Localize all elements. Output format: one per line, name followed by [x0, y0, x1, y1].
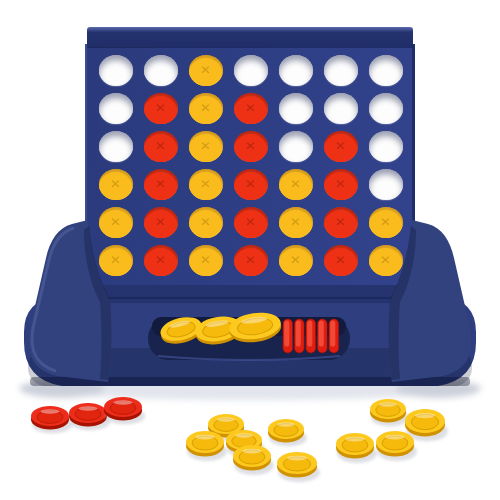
loose-disc-yellow[interactable] [186, 431, 227, 461]
loose-disc-yellow[interactable] [376, 431, 417, 461]
piece-wrap: ●✕ [99, 170, 133, 199]
hole: ●✕ [279, 169, 313, 200]
disc-mold-mark: ✕ [380, 252, 391, 266]
disc-mold-mark: ✕ [335, 176, 346, 190]
cell-r6c3[interactable]: ●✕ [183, 241, 228, 279]
tray-disc-yellow[interactable] [227, 310, 283, 346]
empty-hole [99, 93, 133, 124]
tray-disc-red-edge[interactable] [295, 319, 305, 353]
hole: ●✕ [369, 207, 403, 238]
disc-mold-mark: ✕ [335, 252, 346, 266]
tray-recess [148, 317, 350, 360]
cell-r5c3[interactable]: ●✕ [183, 203, 228, 241]
piece-wrap: ●✕ [324, 132, 358, 161]
piece-wrap: ●✕ [324, 208, 358, 237]
hole: ●✕ [234, 131, 268, 162]
tray-disc-yellow[interactable] [158, 313, 205, 347]
tray-yellow-discs [158, 310, 283, 348]
cell-r3c6[interactable]: ●✕ [318, 127, 363, 165]
piece-wrap: ●✕ [234, 208, 268, 237]
cell-r1c3[interactable]: ●✕ [183, 51, 228, 89]
cell-r3c2[interactable]: ●✕ [138, 127, 183, 165]
cell-r6c4[interactable]: ●✕ [228, 241, 273, 279]
cell-r1c5[interactable] [273, 51, 318, 89]
empty-hole [234, 55, 268, 86]
empty-hole [324, 93, 358, 124]
cell-r2c5[interactable] [273, 89, 318, 127]
hole: ●✕ [189, 131, 223, 162]
disc-mold-mark: ✕ [155, 100, 166, 114]
piece-wrap: ●✕ [279, 170, 313, 199]
disc-mold-mark: ✕ [335, 214, 346, 228]
piece-wrap: ●✕ [234, 246, 268, 275]
hole: ●✕ [189, 207, 223, 238]
loose-disc-yellow[interactable] [208, 414, 247, 442]
base-slab [24, 296, 476, 386]
piece-wrap: ●✕ [99, 246, 133, 275]
loose-disc-yellow[interactable] [268, 419, 307, 447]
piece-wrap: ●✕ [279, 208, 313, 237]
tray-disc-red-edge[interactable] [283, 319, 293, 353]
hole: ●✕ [369, 245, 403, 276]
tray-disc-red-edge[interactable] [306, 319, 316, 353]
cell-r6c1[interactable]: ●✕ [93, 241, 138, 279]
disc-mold-mark: ✕ [200, 62, 211, 76]
cell-r2c1[interactable] [93, 89, 138, 127]
loose-disc-red[interactable] [69, 403, 110, 431]
board-top-rail [87, 27, 413, 47]
cell-r5c6[interactable]: ●✕ [318, 203, 363, 241]
disc-mold-mark: ✕ [200, 176, 211, 190]
piece-wrap: ●✕ [189, 170, 223, 199]
cell-r1c6[interactable] [318, 51, 363, 89]
empty-hole [369, 131, 403, 162]
piece-wrap: ●✕ [189, 246, 223, 275]
hole: ●✕ [189, 169, 223, 200]
tray-disc-red-edge[interactable] [318, 319, 328, 353]
piece-wrap: ●✕ [144, 170, 178, 199]
hole: ●✕ [279, 207, 313, 238]
empty-hole [324, 55, 358, 86]
empty-hole [369, 93, 403, 124]
disc-mold-mark: ✕ [155, 176, 166, 190]
piece-wrap: ●✕ [369, 246, 403, 275]
hole: ●✕ [99, 245, 133, 276]
hole: ●✕ [144, 169, 178, 200]
cell-r5c4[interactable]: ●✕ [228, 203, 273, 241]
disc-mold-mark: ✕ [245, 252, 256, 266]
empty-hole [279, 55, 313, 86]
cell-r4c3[interactable]: ●✕ [183, 165, 228, 203]
hole: ●✕ [234, 245, 268, 276]
disc-mold-mark: ✕ [200, 214, 211, 228]
cell-r3c4[interactable]: ●✕ [228, 127, 273, 165]
loose-disc-red[interactable] [104, 397, 145, 425]
cell-r6c6[interactable]: ●✕ [318, 241, 363, 279]
loose-disc-yellow[interactable] [370, 399, 409, 427]
hole: ●✕ [234, 93, 268, 124]
cell-r2c4[interactable]: ●✕ [228, 89, 273, 127]
empty-hole [144, 55, 178, 86]
disc-mold-mark: ✕ [245, 138, 256, 152]
empty-hole [369, 55, 403, 86]
disc-mold-mark: ✕ [200, 252, 211, 266]
cell-r6c5[interactable]: ●✕ [273, 241, 318, 279]
hole: ●✕ [144, 245, 178, 276]
cell-r1c7[interactable] [363, 51, 408, 89]
piece-wrap: ●✕ [144, 94, 178, 123]
piece-wrap: ●✕ [234, 94, 268, 123]
cell-r6c7[interactable]: ●✕ [363, 241, 408, 279]
piece-wrap: ●✕ [234, 170, 268, 199]
disc-mold-mark: ✕ [245, 100, 256, 114]
disc-mold-mark: ✕ [380, 214, 391, 228]
cell-r3c3[interactable]: ●✕ [183, 127, 228, 165]
piece-wrap: ●✕ [189, 132, 223, 161]
hole: ●✕ [279, 245, 313, 276]
disc-mold-mark: ✕ [110, 214, 121, 228]
cell-r4c1[interactable]: ●✕ [93, 165, 138, 203]
cell-r2c6[interactable] [318, 89, 363, 127]
cell-r3c7[interactable] [363, 127, 408, 165]
cell-r4c4[interactable]: ●✕ [228, 165, 273, 203]
cell-r5c5[interactable]: ●✕ [273, 203, 318, 241]
hole: ●✕ [234, 169, 268, 200]
tray-disc-yellow[interactable] [193, 313, 243, 348]
empty-hole [279, 93, 313, 124]
cell-r2c3[interactable]: ●✕ [183, 89, 228, 127]
cell-r2c2[interactable]: ●✕ [138, 89, 183, 127]
tray-red-stack [283, 319, 339, 353]
cell-r5c7[interactable]: ●✕ [363, 203, 408, 241]
loose-disc-yellow[interactable] [226, 430, 265, 458]
piece-wrap: ●✕ [324, 246, 358, 275]
piece-wrap: ●✕ [144, 208, 178, 237]
hole: ●✕ [99, 207, 133, 238]
hole: ●✕ [144, 93, 178, 124]
piece-wrap: ●✕ [144, 246, 178, 275]
piece-wrap: ●✕ [144, 132, 178, 161]
hole: ●✕ [189, 93, 223, 124]
disc-mold-mark: ✕ [200, 138, 211, 152]
piece-wrap: ●✕ [189, 94, 223, 123]
loose-disc-yellow[interactable] [233, 445, 274, 475]
cell-r4c7[interactable] [363, 165, 408, 203]
hole: ●✕ [324, 245, 358, 276]
cell-r3c5[interactable] [273, 127, 318, 165]
hole: ●✕ [324, 169, 358, 200]
piece-wrap: ●✕ [189, 56, 223, 85]
disc-mold-mark: ✕ [290, 214, 301, 228]
cell-r6c2[interactable]: ●✕ [138, 241, 183, 279]
disc-mold-mark: ✕ [200, 100, 211, 114]
cell-r4c5[interactable]: ●✕ [273, 165, 318, 203]
cell-r3c1[interactable] [93, 127, 138, 165]
disc-mold-mark: ✕ [290, 176, 301, 190]
cell-r2c7[interactable] [363, 89, 408, 127]
loose-disc-yellow[interactable] [336, 433, 377, 463]
hole: ●✕ [144, 131, 178, 162]
piece-wrap: ●✕ [99, 208, 133, 237]
cell-r5c1[interactable]: ●✕ [93, 203, 138, 241]
cell-r1c2[interactable] [138, 51, 183, 89]
hole: ●✕ [144, 207, 178, 238]
cell-r5c2[interactable]: ●✕ [138, 203, 183, 241]
disc-mold-mark: ✕ [110, 252, 121, 266]
piece-wrap: ●✕ [324, 170, 358, 199]
disc-mold-mark: ✕ [110, 176, 121, 190]
hole: ●✕ [324, 207, 358, 238]
cell-r1c1[interactable] [93, 51, 138, 89]
loose-disc-red[interactable] [31, 406, 72, 434]
hole: ●✕ [324, 131, 358, 162]
piece-wrap: ●✕ [189, 208, 223, 237]
hole: ●✕ [99, 169, 133, 200]
tray-disc-red-edge[interactable] [329, 319, 339, 353]
cell-r4c2[interactable]: ●✕ [138, 165, 183, 203]
piece-wrap: ●✕ [234, 132, 268, 161]
loose-disc-yellow[interactable] [277, 452, 320, 482]
disc-mold-mark: ✕ [155, 214, 166, 228]
disc-mold-mark: ✕ [155, 138, 166, 152]
hole: ●✕ [234, 207, 268, 238]
board-grid: ●✕●✕●✕●✕●✕●✕●✕●✕●✕●✕●✕●✕●✕●✕●✕●✕●✕●✕●✕●✕… [93, 51, 408, 279]
piece-wrap: ●✕ [369, 208, 403, 237]
hole: ●✕ [189, 55, 223, 86]
product-shadow [18, 374, 482, 400]
disc-mold-mark: ✕ [245, 176, 256, 190]
disc-mold-mark: ✕ [335, 138, 346, 152]
loose-discs [31, 397, 448, 482]
empty-hole [279, 131, 313, 162]
disc-mold-mark: ✕ [245, 214, 256, 228]
piece-wrap: ●✕ [279, 246, 313, 275]
cell-r4c6[interactable]: ●✕ [318, 165, 363, 203]
empty-hole [99, 55, 133, 86]
hole: ●✕ [189, 245, 223, 276]
connect-four-product-photo: ●✕●✕●✕●✕●✕●✕●✕●✕●✕●✕●✕●✕●✕●✕●✕●✕●✕●✕●✕●✕… [0, 0, 500, 500]
loose-disc-yellow[interactable] [405, 409, 448, 441]
disc-mold-mark: ✕ [155, 252, 166, 266]
empty-hole [369, 169, 403, 200]
cell-r1c4[interactable] [228, 51, 273, 89]
empty-hole [99, 131, 133, 162]
disc-mold-mark: ✕ [290, 252, 301, 266]
